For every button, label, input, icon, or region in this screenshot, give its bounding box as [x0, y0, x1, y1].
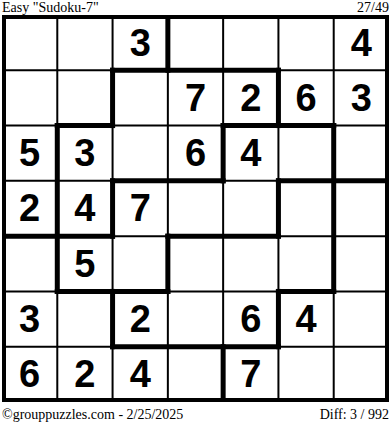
cell-r2c7[interactable]: 3 [334, 70, 389, 125]
cell-r7c7[interactable] [334, 347, 389, 402]
cell-r3c1[interactable]: 5 [2, 126, 57, 181]
cell-r7c3[interactable]: 4 [113, 347, 168, 402]
copyright-text: ©grouppuzzles.com - 2/25/2025 [2, 406, 183, 424]
cell-r5c5[interactable] [223, 236, 278, 291]
footer: ©grouppuzzles.com - 2/25/2025 Diff: 3 / … [2, 406, 389, 424]
cell-r2c5[interactable]: 2 [223, 70, 278, 125]
puzzle-title: Easy "Sudoku-7" [2, 0, 99, 15]
cell-r6c3[interactable]: 2 [113, 291, 168, 346]
cell-r5c2[interactable]: 5 [57, 236, 112, 291]
cell-r3c5[interactable]: 4 [223, 126, 278, 181]
cell-r7c1[interactable]: 6 [2, 347, 57, 402]
cell-r1c7[interactable]: 4 [334, 15, 389, 70]
cell-r6c7[interactable] [334, 291, 389, 346]
cell-r1c3[interactable]: 3 [113, 15, 168, 70]
header: Easy "Sudoku-7" 27/49 [2, 0, 389, 15]
cell-r4c1[interactable]: 2 [2, 181, 57, 236]
cell-r7c2[interactable]: 2 [57, 347, 112, 402]
sudoku-board: 3472635364247532646247 [2, 15, 389, 402]
cell-r6c6[interactable]: 4 [278, 291, 333, 346]
cell-r3c2[interactable]: 3 [57, 126, 112, 181]
cell-r6c1[interactable]: 3 [2, 291, 57, 346]
cell-r3c6[interactable] [278, 126, 333, 181]
difficulty-text: Diff: 3 / 992 [320, 406, 389, 424]
cell-r4c5[interactable] [223, 181, 278, 236]
cell-r5c3[interactable] [113, 236, 168, 291]
cell-r5c6[interactable] [278, 236, 333, 291]
cell-r3c3[interactable] [113, 126, 168, 181]
cell-r3c4[interactable]: 6 [168, 126, 223, 181]
cell-r2c2[interactable] [57, 70, 112, 125]
cell-r1c2[interactable] [57, 15, 112, 70]
cell-r1c5[interactable] [223, 15, 278, 70]
board-wrap: 3472635364247532646247 [2, 15, 389, 402]
given-count: 27/49 [357, 0, 389, 15]
cell-r4c2[interactable]: 4 [57, 181, 112, 236]
cell-r4c6[interactable] [278, 181, 333, 236]
cell-r6c2[interactable] [57, 291, 112, 346]
cell-r5c1[interactable] [2, 236, 57, 291]
cell-r2c4[interactable]: 7 [168, 70, 223, 125]
cell-r2c3[interactable] [113, 70, 168, 125]
cell-r1c4[interactable] [168, 15, 223, 70]
cell-r4c7[interactable] [334, 181, 389, 236]
cell-r2c1[interactable] [2, 70, 57, 125]
cell-r5c4[interactable] [168, 236, 223, 291]
cell-r2c6[interactable]: 6 [278, 70, 333, 125]
cell-r7c4[interactable] [168, 347, 223, 402]
cell-r7c5[interactable]: 7 [223, 347, 278, 402]
cell-r5c7[interactable] [334, 236, 389, 291]
cell-r4c3[interactable]: 7 [113, 181, 168, 236]
cell-r3c7[interactable] [334, 126, 389, 181]
cell-r1c6[interactable] [278, 15, 333, 70]
cell-r4c4[interactable] [168, 181, 223, 236]
cell-r6c4[interactable] [168, 291, 223, 346]
cell-r1c1[interactable] [2, 15, 57, 70]
cell-r6c5[interactable]: 6 [223, 291, 278, 346]
cell-r7c6[interactable] [278, 347, 333, 402]
puzzle-page: Easy "Sudoku-7" 27/49 347263536424753264… [0, 0, 391, 426]
